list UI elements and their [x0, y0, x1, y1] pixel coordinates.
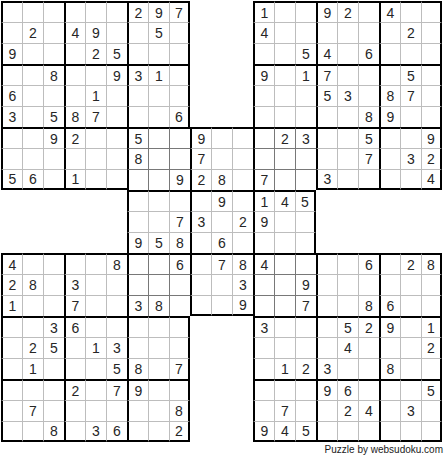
empty-cell-r15c14[interactable] — [274, 295, 295, 316]
empty-cell-r18c18[interactable] — [358, 358, 379, 379]
empty-cell-r14c20[interactable] — [400, 274, 421, 295]
gap-r21c12 — [232, 421, 253, 442]
gap-r10c4 — [64, 190, 85, 211]
empty-cell-r8c15[interactable] — [295, 148, 316, 169]
empty-cell-r7c12[interactable] — [232, 127, 253, 148]
empty-cell-r20c21[interactable] — [421, 400, 442, 421]
empty-cell-r14c14[interactable] — [274, 274, 295, 295]
empty-cell-r2c19[interactable] — [379, 22, 400, 43]
empty-cell-r8c13[interactable] — [253, 148, 274, 169]
empty-cell-r1c6[interactable] — [106, 1, 127, 22]
empty-cell-r17c20[interactable] — [400, 337, 421, 358]
empty-cell-r21c1[interactable] — [1, 421, 22, 442]
empty-cell-r13c7[interactable] — [127, 253, 148, 274]
empty-cell-r2c21[interactable] — [421, 22, 442, 43]
empty-cell-r3c4[interactable] — [64, 43, 85, 64]
empty-cell-r18c13[interactable] — [253, 358, 274, 379]
empty-cell-r16c16[interactable] — [316, 316, 337, 337]
empty-cell-r15c2[interactable] — [22, 295, 43, 316]
empty-cell-r19c20[interactable] — [400, 379, 421, 400]
empty-cell-r16c1[interactable] — [1, 316, 22, 337]
empty-cell-r13c19[interactable] — [379, 253, 400, 274]
empty-cell-r15c21[interactable] — [421, 295, 442, 316]
empty-cell-r1c3[interactable] — [43, 1, 64, 22]
empty-cell-r1c15[interactable] — [295, 1, 316, 22]
empty-cell-r21c20[interactable] — [400, 421, 421, 442]
empty-cell-r18c4[interactable] — [64, 358, 85, 379]
empty-cell-r9c20[interactable] — [400, 169, 421, 190]
given-cell-r20c20: 3 — [400, 400, 421, 421]
empty-cell-r9c19[interactable] — [379, 169, 400, 190]
gap-r12c17 — [337, 232, 358, 253]
empty-cell-r1c2[interactable] — [22, 1, 43, 22]
empty-cell-r7c1[interactable] — [1, 127, 22, 148]
empty-cell-r2c1[interactable] — [1, 22, 22, 43]
empty-cell-r4c4[interactable] — [64, 64, 85, 85]
empty-cell-r10c10[interactable] — [190, 190, 211, 211]
empty-cell-r17c9[interactable] — [169, 337, 190, 358]
empty-cell-r21c4[interactable] — [64, 421, 85, 442]
empty-cell-r15c13[interactable] — [253, 295, 274, 316]
empty-cell-r5c2[interactable] — [22, 85, 43, 106]
empty-cell-r16c8[interactable] — [148, 316, 169, 337]
empty-cell-r5c6[interactable] — [106, 85, 127, 106]
given-cell-r7c3: 9 — [43, 127, 64, 148]
empty-cell-r3c3[interactable] — [43, 43, 64, 64]
empty-cell-r12c10[interactable] — [190, 232, 211, 253]
empty-cell-r9c8[interactable] — [148, 169, 169, 190]
empty-cell-r8c2[interactable] — [22, 148, 43, 169]
empty-cell-r14c16[interactable] — [316, 274, 337, 295]
empty-cell-r14c7[interactable] — [127, 274, 148, 295]
empty-cell-r19c14[interactable] — [274, 379, 295, 400]
empty-cell-r2c15[interactable] — [295, 22, 316, 43]
empty-cell-r21c18[interactable] — [358, 421, 379, 442]
gap-r17c12 — [232, 337, 253, 358]
empty-cell-r7c13[interactable] — [253, 127, 274, 148]
given-cell-r5c16: 5 — [316, 85, 337, 106]
given-cell-r21c5: 3 — [85, 421, 106, 442]
empty-cell-r14c3[interactable] — [43, 274, 64, 295]
empty-cell-r7c11[interactable] — [211, 127, 232, 148]
empty-cell-r5c18[interactable] — [358, 85, 379, 106]
empty-cell-r18c3[interactable] — [43, 358, 64, 379]
empty-cell-r20c1[interactable] — [1, 400, 22, 421]
given-cell-r2c5: 9 — [85, 22, 106, 43]
empty-cell-r8c5[interactable] — [85, 148, 106, 169]
empty-cell-r7c6[interactable] — [106, 127, 127, 148]
empty-cell-r4c1[interactable] — [1, 64, 22, 85]
empty-cell-r11c11[interactable] — [211, 211, 232, 232]
empty-cell-r7c16[interactable] — [316, 127, 337, 148]
empty-cell-r20c4[interactable] — [64, 400, 85, 421]
empty-cell-r21c21[interactable] — [421, 421, 442, 442]
empty-cell-r21c7[interactable] — [127, 421, 148, 442]
empty-cell-r19c15[interactable] — [295, 379, 316, 400]
gap-r11c4 — [64, 211, 85, 232]
empty-cell-r20c13[interactable] — [253, 400, 274, 421]
empty-cell-r10c12[interactable] — [232, 190, 253, 211]
empty-cell-r17c14[interactable] — [274, 337, 295, 358]
empty-cell-r17c1[interactable] — [1, 337, 22, 358]
empty-cell-r16c6[interactable] — [106, 316, 127, 337]
empty-cell-r9c5[interactable] — [85, 169, 106, 190]
empty-cell-r13c16[interactable] — [316, 253, 337, 274]
empty-cell-r1c18[interactable] — [358, 1, 379, 22]
gap-r5c11 — [211, 85, 232, 106]
empty-cell-r7c17[interactable] — [337, 127, 358, 148]
empty-cell-r16c14[interactable] — [274, 316, 295, 337]
gap-r12c20 — [400, 232, 421, 253]
gap-r18c12 — [232, 358, 253, 379]
empty-cell-r18c8[interactable] — [148, 358, 169, 379]
empty-cell-r17c18[interactable] — [358, 337, 379, 358]
gap-r6c11 — [211, 106, 232, 127]
empty-cell-r9c6[interactable] — [106, 169, 127, 190]
empty-cell-r15c5[interactable] — [85, 295, 106, 316]
empty-cell-r10c8[interactable] — [148, 190, 169, 211]
given-cell-r12c7: 9 — [127, 232, 148, 253]
empty-cell-r21c16[interactable] — [316, 421, 337, 442]
empty-cell-r6c21[interactable] — [421, 106, 442, 127]
gap-r6c12 — [232, 106, 253, 127]
empty-cell-r17c8[interactable] — [148, 337, 169, 358]
empty-cell-r18c17[interactable] — [337, 358, 358, 379]
gap-r10c21 — [421, 190, 442, 211]
empty-cell-r4c5[interactable] — [85, 64, 106, 85]
empty-cell-r20c19[interactable] — [379, 400, 400, 421]
empty-cell-r17c15[interactable] — [295, 337, 316, 358]
empty-cell-r8c1[interactable] — [1, 148, 22, 169]
empty-cell-r15c16[interactable] — [316, 295, 337, 316]
empty-cell-r19c5[interactable] — [85, 379, 106, 400]
empty-cell-r16c20[interactable] — [400, 316, 421, 337]
gap-r11c1 — [1, 211, 22, 232]
given-cell-r9c4: 1 — [64, 169, 85, 190]
empty-cell-r4c19[interactable] — [379, 64, 400, 85]
given-cell-r9c16: 3 — [316, 169, 337, 190]
given-cell-r14c15: 9 — [295, 274, 316, 295]
empty-cell-r19c1[interactable] — [1, 379, 22, 400]
given-cell-r18c14: 1 — [274, 358, 295, 379]
empty-cell-r16c9[interactable] — [169, 316, 190, 337]
empty-cell-r3c2[interactable] — [22, 43, 43, 64]
empty-cell-r6c7[interactable] — [127, 106, 148, 127]
empty-cell-r6c17[interactable] — [337, 106, 358, 127]
empty-cell-r13c15[interactable] — [295, 253, 316, 274]
given-cell-r6c3: 5 — [43, 106, 64, 127]
empty-cell-r3c21[interactable] — [421, 43, 442, 64]
empty-cell-r12c15[interactable] — [295, 232, 316, 253]
empty-cell-r9c17[interactable] — [337, 169, 358, 190]
empty-cell-r2c14[interactable] — [274, 22, 295, 43]
empty-cell-r9c12[interactable] — [232, 169, 253, 190]
empty-cell-r8c14[interactable] — [274, 148, 295, 169]
empty-cell-r13c5[interactable] — [85, 253, 106, 274]
empty-cell-r4c17[interactable] — [337, 64, 358, 85]
empty-cell-r13c14[interactable] — [274, 253, 295, 274]
given-cell-r13c12: 8 — [232, 253, 253, 274]
empty-cell-r15c17[interactable] — [337, 295, 358, 316]
given-cell-r3c6: 5 — [106, 43, 127, 64]
empty-cell-r14c10[interactable] — [190, 274, 211, 295]
empty-cell-r4c18[interactable] — [358, 64, 379, 85]
given-cell-r17c3: 5 — [43, 337, 64, 358]
empty-cell-r18c20[interactable] — [400, 358, 421, 379]
empty-cell-r10c9[interactable] — [169, 190, 190, 211]
empty-cell-r19c19[interactable] — [379, 379, 400, 400]
empty-cell-r13c2[interactable] — [22, 253, 43, 274]
empty-cell-r6c20[interactable] — [400, 106, 421, 127]
empty-cell-r12c14[interactable] — [274, 232, 295, 253]
gap-r17c11 — [211, 337, 232, 358]
given-cell-r19c21: 5 — [421, 379, 442, 400]
empty-cell-r15c9[interactable] — [169, 295, 190, 316]
empty-cell-r1c4[interactable] — [64, 1, 85, 22]
empty-cell-r3c17[interactable] — [337, 43, 358, 64]
given-cell-r8c21: 2 — [421, 148, 442, 169]
empty-cell-r14c18[interactable] — [358, 274, 379, 295]
empty-cell-r12c13[interactable] — [253, 232, 274, 253]
empty-cell-r19c8[interactable] — [148, 379, 169, 400]
empty-cell-r6c13[interactable] — [253, 106, 274, 127]
given-cell-r2c4: 4 — [64, 22, 85, 43]
empty-cell-r6c15[interactable] — [295, 106, 316, 127]
empty-cell-r2c17[interactable] — [337, 22, 358, 43]
empty-cell-r3c14[interactable] — [274, 43, 295, 64]
empty-cell-r14c21[interactable] — [421, 274, 442, 295]
gap-r12c5 — [85, 232, 106, 253]
empty-cell-r5c15[interactable] — [295, 85, 316, 106]
empty-cell-r13c8[interactable] — [148, 253, 169, 274]
empty-cell-r9c7[interactable] — [127, 169, 148, 190]
empty-cell-r16c5[interactable] — [85, 316, 106, 337]
empty-cell-r9c14[interactable] — [274, 169, 295, 190]
empty-cell-r15c20[interactable] — [400, 295, 421, 316]
empty-cell-r7c8[interactable] — [148, 127, 169, 148]
samurai-sudoku-board: 2971924249542925546893191756153873587689… — [1, 1, 442, 442]
empty-cell-r21c8[interactable] — [148, 421, 169, 442]
gap-r21c10 — [190, 421, 211, 442]
given-cell-r13c18: 6 — [358, 253, 379, 274]
given-cell-r15c1: 1 — [1, 295, 22, 316]
empty-cell-r14c11[interactable] — [211, 274, 232, 295]
empty-cell-r18c5[interactable] — [85, 358, 106, 379]
gap-r21c11 — [211, 421, 232, 442]
empty-cell-r10c7[interactable] — [127, 190, 148, 211]
empty-cell-r19c18[interactable] — [358, 379, 379, 400]
empty-cell-r7c5[interactable] — [85, 127, 106, 148]
empty-cell-r8c17[interactable] — [337, 148, 358, 169]
empty-cell-r20c3[interactable] — [43, 400, 64, 421]
empty-cell-r14c6[interactable] — [106, 274, 127, 295]
given-cell-r6c19: 9 — [379, 106, 400, 127]
given-cell-r16c19: 9 — [379, 316, 400, 337]
empty-cell-r8c11[interactable] — [211, 148, 232, 169]
empty-cell-r19c2[interactable] — [22, 379, 43, 400]
empty-cell-r4c9[interactable] — [169, 64, 190, 85]
empty-cell-r8c3[interactable] — [43, 148, 64, 169]
given-cell-r15c19: 6 — [379, 295, 400, 316]
empty-cell-r6c16[interactable] — [316, 106, 337, 127]
empty-cell-r9c15[interactable] — [295, 169, 316, 190]
empty-cell-r17c13[interactable] — [253, 337, 274, 358]
empty-cell-r9c3[interactable] — [43, 169, 64, 190]
given-cell-r18c16: 3 — [316, 358, 337, 379]
empty-cell-r13c17[interactable] — [337, 253, 358, 274]
given-cell-r9c9: 9 — [169, 169, 190, 190]
empty-cell-r14c13[interactable] — [253, 274, 274, 295]
empty-cell-r17c4[interactable] — [64, 337, 85, 358]
empty-cell-r14c17[interactable] — [337, 274, 358, 295]
given-cell-r4c6: 9 — [106, 64, 127, 85]
empty-cell-r3c9[interactable] — [169, 43, 190, 64]
empty-cell-r18c21[interactable] — [421, 358, 442, 379]
empty-cell-r14c19[interactable] — [379, 274, 400, 295]
empty-cell-r14c9[interactable] — [169, 274, 190, 295]
gap-r16c11 — [211, 316, 232, 337]
given-cell-r18c2: 1 — [22, 358, 43, 379]
empty-cell-r5c21[interactable] — [421, 85, 442, 106]
empty-cell-r17c19[interactable] — [379, 337, 400, 358]
given-cell-r4c13: 9 — [253, 64, 274, 85]
empty-cell-r20c16[interactable] — [316, 400, 337, 421]
given-cell-r6c5: 7 — [85, 106, 106, 127]
empty-cell-r7c20[interactable] — [400, 127, 421, 148]
empty-cell-r8c6[interactable] — [106, 148, 127, 169]
empty-cell-r7c19[interactable] — [379, 127, 400, 148]
empty-cell-r4c2[interactable] — [22, 64, 43, 85]
empty-cell-r4c21[interactable] — [421, 64, 442, 85]
given-cell-r14c1: 2 — [1, 274, 22, 295]
empty-cell-r3c20[interactable] — [400, 43, 421, 64]
empty-cell-r8c19[interactable] — [379, 148, 400, 169]
given-cell-r7c18: 5 — [358, 127, 379, 148]
empty-cell-r7c2[interactable] — [22, 127, 43, 148]
empty-cell-r17c7[interactable] — [127, 337, 148, 358]
empty-cell-r5c3[interactable] — [43, 85, 64, 106]
gap-r18c10 — [190, 358, 211, 379]
empty-cell-r1c20[interactable] — [400, 1, 421, 22]
empty-cell-r8c4[interactable] — [64, 148, 85, 169]
empty-cell-r20c7[interactable] — [127, 400, 148, 421]
empty-cell-r13c3[interactable] — [43, 253, 64, 274]
empty-cell-r2c3[interactable] — [43, 22, 64, 43]
empty-cell-r16c15[interactable] — [295, 316, 316, 337]
empty-cell-r14c5[interactable] — [85, 274, 106, 295]
gap-r19c10 — [190, 379, 211, 400]
empty-cell-r2c9[interactable] — [169, 22, 190, 43]
empty-cell-r20c15[interactable] — [295, 400, 316, 421]
empty-cell-r16c7[interactable] — [127, 316, 148, 337]
gap-r10c3 — [43, 190, 64, 211]
empty-cell-r16c2[interactable] — [22, 316, 43, 337]
empty-cell-r9c18[interactable] — [358, 169, 379, 190]
empty-cell-r2c6[interactable] — [106, 22, 127, 43]
empty-cell-r20c6[interactable] — [106, 400, 127, 421]
empty-cell-r8c8[interactable] — [148, 148, 169, 169]
empty-cell-r8c16[interactable] — [316, 148, 337, 169]
empty-cell-r13c10[interactable] — [190, 253, 211, 274]
empty-cell-r13c4[interactable] — [64, 253, 85, 274]
empty-cell-r1c14[interactable] — [274, 1, 295, 22]
gap-r11c6 — [106, 211, 127, 232]
given-cell-r3c15: 5 — [295, 43, 316, 64]
given-cell-r2c13: 4 — [253, 22, 274, 43]
empty-cell-r5c14[interactable] — [274, 85, 295, 106]
given-cell-r17c5: 1 — [85, 337, 106, 358]
empty-cell-r15c10[interactable] — [190, 295, 211, 316]
empty-cell-r21c17[interactable] — [337, 421, 358, 442]
empty-cell-r14c8[interactable] — [148, 274, 169, 295]
empty-cell-r7c9[interactable] — [169, 127, 190, 148]
empty-cell-r17c16[interactable] — [316, 337, 337, 358]
empty-cell-r6c8[interactable] — [148, 106, 169, 127]
empty-cell-r19c3[interactable] — [43, 379, 64, 400]
empty-cell-r11c14[interactable] — [274, 211, 295, 232]
empty-cell-r2c7[interactable] — [127, 22, 148, 43]
gap-r10c6 — [106, 190, 127, 211]
empty-cell-r11c7[interactable] — [127, 211, 148, 232]
empty-cell-r6c14[interactable] — [274, 106, 295, 127]
empty-cell-r6c2[interactable] — [22, 106, 43, 127]
empty-cell-r11c15[interactable] — [295, 211, 316, 232]
empty-cell-r5c7[interactable] — [127, 85, 148, 106]
empty-cell-r1c5[interactable] — [85, 1, 106, 22]
empty-cell-r5c8[interactable] — [148, 85, 169, 106]
empty-cell-r15c11[interactable] — [211, 295, 232, 316]
empty-cell-r21c19[interactable] — [379, 421, 400, 442]
gap-r19c12 — [232, 379, 253, 400]
empty-cell-r20c8[interactable] — [148, 400, 169, 421]
given-cell-r7c21: 9 — [421, 127, 442, 148]
empty-cell-r3c13[interactable] — [253, 43, 274, 64]
empty-cell-r19c9[interactable] — [169, 379, 190, 400]
empty-cell-r8c9[interactable] — [169, 148, 190, 169]
gap-r16c12 — [232, 316, 253, 337]
gap-r10c1 — [1, 190, 22, 211]
empty-cell-r6c6[interactable] — [106, 106, 127, 127]
empty-cell-r15c6[interactable] — [106, 295, 127, 316]
empty-cell-r5c13[interactable] — [253, 85, 274, 106]
empty-cell-r1c21[interactable] — [421, 1, 442, 22]
empty-cell-r18c1[interactable] — [1, 358, 22, 379]
gap-r20c11 — [211, 400, 232, 421]
empty-cell-r21c2[interactable] — [22, 421, 43, 442]
given-cell-r10c14: 4 — [274, 190, 295, 211]
empty-cell-r20c5[interactable] — [85, 400, 106, 421]
empty-cell-r1c1[interactable] — [1, 1, 22, 22]
empty-cell-r8c12[interactable] — [232, 148, 253, 169]
empty-cell-r11c8[interactable] — [148, 211, 169, 232]
given-cell-r19c17: 6 — [337, 379, 358, 400]
empty-cell-r5c4[interactable] — [64, 85, 85, 106]
given-cell-r15c15: 7 — [295, 295, 316, 316]
gap-r11c18 — [358, 211, 379, 232]
empty-cell-r12c12[interactable] — [232, 232, 253, 253]
given-cell-r10c11: 9 — [211, 190, 232, 211]
empty-cell-r15c3[interactable] — [43, 295, 64, 316]
empty-cell-r3c7[interactable] — [127, 43, 148, 64]
empty-cell-r19c13[interactable] — [253, 379, 274, 400]
empty-cell-r3c19[interactable] — [379, 43, 400, 64]
empty-cell-r4c14[interactable] — [274, 64, 295, 85]
empty-cell-r2c18[interactable] — [358, 22, 379, 43]
empty-cell-r3c8[interactable] — [148, 43, 169, 64]
empty-cell-r2c16[interactable] — [316, 22, 337, 43]
empty-cell-r5c9[interactable] — [169, 85, 190, 106]
given-cell-r15c8: 8 — [148, 295, 169, 316]
